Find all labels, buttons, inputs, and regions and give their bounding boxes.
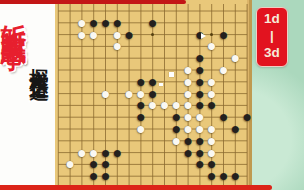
last-move-triangle-marker: [201, 33, 206, 39]
stone-black[interactable]: ●: [218, 29, 230, 41]
title-main: 斩断实战恶手: [1, 5, 26, 29]
stone-black[interactable]: ●: [100, 170, 112, 182]
video-thumbnail: ●●●●●●●●●●●●●●●●●●●●●●●●●●●●●●●●●●●●●●●●…: [0, 0, 304, 190]
title-sub: 探索棋之正道: [30, 53, 49, 71]
stone-black[interactable]: ●: [182, 147, 194, 159]
stone-black[interactable]: ●: [229, 123, 241, 135]
stone-black[interactable]: ●: [218, 111, 230, 123]
stone-white[interactable]: ●: [135, 123, 147, 135]
square-marker: [159, 83, 163, 87]
stone-black[interactable]: ●: [229, 170, 241, 182]
square-marker: [169, 72, 174, 77]
rank-badge: 1d | 3d: [256, 7, 288, 67]
stones-layer: ●●●●●●●●●●●●●●●●●●●●●●●●●●●●●●●●●●●●●●●●…: [52, 5, 253, 182]
red-strip-bottom: [0, 185, 272, 190]
stone-black[interactable]: ●: [123, 29, 135, 41]
stone-black[interactable]: ●: [206, 99, 218, 111]
stone-black[interactable]: ●: [241, 111, 253, 123]
stone-black-marked[interactable]: ●: [194, 29, 206, 41]
stone-black[interactable]: ●: [147, 17, 159, 29]
stone-white[interactable]: ●: [218, 64, 230, 76]
stone-white[interactable]: ●: [229, 52, 241, 64]
stone-white[interactable]: ●: [123, 88, 135, 100]
stone-white[interactable]: ●: [206, 40, 218, 52]
stone-white[interactable]: ●: [76, 147, 88, 159]
stone-white[interactable]: ●: [159, 99, 171, 111]
stone-white[interactable]: ●: [111, 40, 123, 52]
stone-black[interactable]: ●: [206, 170, 218, 182]
stone-white[interactable]: ●: [88, 29, 100, 41]
stone-black[interactable]: ●: [88, 170, 100, 182]
stone-black[interactable]: ●: [100, 17, 112, 29]
stone-black[interactable]: ●: [218, 170, 230, 182]
stone-black[interactable]: ●: [194, 158, 206, 170]
go-board[interactable]: ●●●●●●●●●●●●●●●●●●●●●●●●●●●●●●●●●●●●●●●●…: [55, 0, 252, 190]
stone-white[interactable]: ●: [170, 135, 182, 147]
stone-white[interactable]: ●: [100, 88, 112, 100]
stone-white[interactable]: ●: [64, 158, 76, 170]
stone-black[interactable]: ●: [111, 147, 123, 159]
red-strip-top: [0, 0, 186, 4]
stone-white[interactable]: ●: [147, 99, 159, 111]
stone-white[interactable]: ●: [76, 29, 88, 41]
